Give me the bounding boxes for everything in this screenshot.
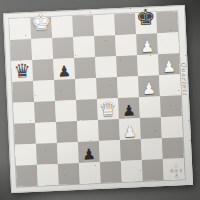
square-c1 <box>58 163 80 185</box>
square-e8 <box>93 14 115 36</box>
black-king-piece: ♚ <box>135 12 157 34</box>
black-king-glyph: ♚ <box>135 6 156 29</box>
square-a8 <box>9 18 31 40</box>
black-queen-piece: ♛ <box>11 60 33 82</box>
square-a7 <box>10 39 32 61</box>
square-b5 <box>33 80 55 102</box>
square-c7 <box>52 37 74 59</box>
square-d4 <box>76 99 98 121</box>
square-h4 <box>160 95 182 117</box>
white-queen-piece: ♛ <box>97 98 119 120</box>
square-f4: ♟ <box>118 97 140 119</box>
square-g1 <box>142 159 164 181</box>
black-pawn-glyph: ♟ <box>122 103 136 119</box>
square-h8 <box>156 11 178 33</box>
square-e7 <box>94 35 116 57</box>
square-d6 <box>74 57 96 79</box>
square-e6 <box>95 56 117 78</box>
publisher-stamp: ♘ ♔♕♗ ♙ <box>168 163 185 179</box>
square-e2 <box>99 140 121 162</box>
white-pawn-piece: ♟ <box>138 75 160 97</box>
white-queen-glyph: ♛ <box>99 99 117 119</box>
photo-background: ♚♚♟♛♟♟♟♛♟♟♟ Quartett ♘ ♔♕♗ ♙ <box>0 0 200 200</box>
black-pawn-glyph: ♟ <box>57 64 71 80</box>
square-a3 <box>14 123 36 145</box>
white-pawn-glyph: ♟ <box>123 124 137 140</box>
dust-speckles <box>0 0 1 1</box>
white-king-glyph: ♚ <box>31 11 52 34</box>
square-f1 <box>121 160 143 182</box>
square-h3 <box>161 116 183 138</box>
square-b1 <box>37 164 59 186</box>
square-f8 <box>114 13 136 35</box>
square-a5 <box>12 81 34 103</box>
square-c3 <box>56 121 78 143</box>
square-c8 <box>51 16 73 38</box>
white-pawn-piece: ♟ <box>119 118 141 140</box>
square-g2 <box>141 138 163 160</box>
chess-card: ♚♚♟♛♟♟♟♛♟♟♟ Quartett ♘ ♔♕♗ ♙ <box>3 5 193 193</box>
white-pawn-glyph: ♟ <box>162 59 176 75</box>
square-f7 <box>115 34 137 56</box>
chess-board: ♚♚♟♛♟♟♟♛♟♟♟ <box>9 11 184 186</box>
square-f3: ♟ <box>119 118 141 140</box>
square-a6: ♛ <box>11 60 33 82</box>
square-f2 <box>120 139 142 161</box>
square-f5 <box>117 76 139 98</box>
square-d5 <box>75 78 97 100</box>
black-pawn-piece: ♟ <box>53 58 75 80</box>
black-pawn-piece: ♟ <box>118 97 140 119</box>
square-a2 <box>15 144 37 166</box>
square-b7 <box>31 38 53 60</box>
square-g8: ♚ <box>135 12 157 34</box>
square-h6: ♟ <box>158 53 180 75</box>
white-pawn-glyph: ♟ <box>140 39 154 55</box>
square-b8: ♚ <box>30 17 52 39</box>
square-c4 <box>55 100 77 122</box>
square-e1 <box>100 161 122 183</box>
square-g5: ♟ <box>138 75 160 97</box>
square-c2 <box>57 142 79 164</box>
square-d1 <box>79 162 101 184</box>
square-g4 <box>139 96 161 118</box>
square-e5 <box>96 77 118 99</box>
square-g7: ♟ <box>136 33 158 55</box>
black-pawn-glyph: ♟ <box>82 147 96 163</box>
square-h5 <box>159 74 181 96</box>
square-d3 <box>77 120 99 142</box>
square-c6: ♟ <box>53 58 75 80</box>
white-pawn-piece: ♟ <box>158 53 180 75</box>
stamp-row-bottom: ♙ <box>168 173 184 179</box>
square-h7 <box>157 32 179 54</box>
black-queen-glyph: ♛ <box>13 61 31 81</box>
square-b3 <box>35 122 57 144</box>
square-g3 <box>140 117 162 139</box>
square-b2 <box>36 143 58 165</box>
square-h2 <box>162 137 184 159</box>
card-side-label: Quartett <box>180 62 189 96</box>
white-pawn-piece: ♟ <box>136 33 158 55</box>
square-a1 <box>16 165 38 187</box>
square-d7 <box>73 36 95 58</box>
square-e4: ♛ <box>97 98 119 120</box>
square-g6 <box>137 54 159 76</box>
square-d2: ♟ <box>78 141 100 163</box>
white-king-piece: ♚ <box>30 17 52 39</box>
white-pawn-glyph: ♟ <box>142 81 156 97</box>
square-d8 <box>72 15 94 37</box>
square-b4 <box>34 101 56 123</box>
square-c5 <box>54 79 76 101</box>
square-f6 <box>116 55 138 77</box>
square-e3 <box>98 119 120 141</box>
black-pawn-piece: ♟ <box>78 141 100 163</box>
square-a4 <box>13 102 35 124</box>
square-b6 <box>32 59 54 81</box>
